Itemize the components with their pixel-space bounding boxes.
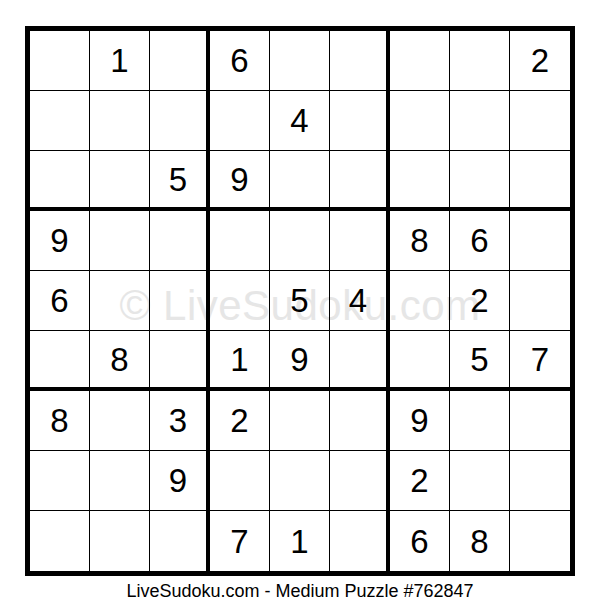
cell-r3c9: [510, 151, 570, 211]
cell-r5c8: 2: [450, 271, 510, 331]
cell-r3c4: 9: [210, 151, 270, 211]
cell-r6c5: 9: [270, 331, 330, 391]
cell-r8c7: 2: [390, 451, 450, 511]
cell-r7c1: 8: [30, 391, 90, 451]
cell-r7c7: 9: [390, 391, 450, 451]
cell-r5c5: 5: [270, 271, 330, 331]
cell-r4c5: [270, 211, 330, 271]
cell-r4c3: [150, 211, 210, 271]
cell-r7c8: [450, 391, 510, 451]
cell-r6c3: [150, 331, 210, 391]
cell-r5c6: 4: [330, 271, 390, 331]
cell-r7c4: 2: [210, 391, 270, 451]
cell-r9c2: [90, 511, 150, 571]
cell-r2c6: [330, 91, 390, 151]
cell-r7c6: [330, 391, 390, 451]
cell-r9c7: 6: [390, 511, 450, 571]
cell-r5c9: [510, 271, 570, 331]
cell-r4c2: [90, 211, 150, 271]
puzzle-caption: LiveSudoku.com - Medium Puzzle #762847: [0, 581, 600, 602]
cell-r1c4: 6: [210, 31, 270, 91]
cell-r2c7: [390, 91, 450, 151]
cell-r8c1: [30, 451, 90, 511]
cell-r8c6: [330, 451, 390, 511]
cell-r1c2: 1: [90, 31, 150, 91]
cell-r5c7: [390, 271, 450, 331]
cell-r1c7: [390, 31, 450, 91]
cell-r5c4: [210, 271, 270, 331]
cell-r6c2: 8: [90, 331, 150, 391]
cell-r7c9: [510, 391, 570, 451]
cell-r3c6: [330, 151, 390, 211]
cell-r7c2: [90, 391, 150, 451]
cell-r9c6: [330, 511, 390, 571]
cell-r8c5: [270, 451, 330, 511]
cell-r2c4: [210, 91, 270, 151]
cell-r4c8: 6: [450, 211, 510, 271]
cell-r4c9: [510, 211, 570, 271]
cell-r8c2: [90, 451, 150, 511]
cell-r6c1: [30, 331, 90, 391]
cell-r4c6: [330, 211, 390, 271]
cell-r3c3: 5: [150, 151, 210, 211]
cell-r4c4: [210, 211, 270, 271]
cell-r1c9: 2: [510, 31, 570, 91]
cell-r1c8: [450, 31, 510, 91]
cell-r9c8: 8: [450, 511, 510, 571]
cell-r3c2: [90, 151, 150, 211]
cell-r6c8: 5: [450, 331, 510, 391]
cell-r3c5: [270, 151, 330, 211]
cell-r2c5: 4: [270, 91, 330, 151]
cell-r7c3: 3: [150, 391, 210, 451]
cell-r3c7: [390, 151, 450, 211]
sudoku-board: © LiveSudoku.com 16245998665428195783299…: [25, 26, 575, 576]
cell-r8c9: [510, 451, 570, 511]
cell-r6c7: [390, 331, 450, 391]
cell-r6c9: 7: [510, 331, 570, 391]
cell-r5c2: [90, 271, 150, 331]
cell-r2c1: [30, 91, 90, 151]
cell-r5c3: [150, 271, 210, 331]
cell-r9c9: [510, 511, 570, 571]
sudoku-page: © LiveSudoku.com 16245998665428195783299…: [0, 26, 600, 615]
cell-r2c3: [150, 91, 210, 151]
cell-r1c1: [30, 31, 90, 91]
cell-r8c8: [450, 451, 510, 511]
cell-r1c5: [270, 31, 330, 91]
cell-r7c5: [270, 391, 330, 451]
cell-r1c6: [330, 31, 390, 91]
cell-r9c5: 1: [270, 511, 330, 571]
cell-r5c1: 6: [30, 271, 90, 331]
cell-r2c2: [90, 91, 150, 151]
cell-r1c3: [150, 31, 210, 91]
cell-r4c1: 9: [30, 211, 90, 271]
cell-r6c6: [330, 331, 390, 391]
cell-r4c7: 8: [390, 211, 450, 271]
cell-r9c3: [150, 511, 210, 571]
cell-r2c9: [510, 91, 570, 151]
sudoku-grid: 1624599866542819578329927168: [30, 31, 570, 571]
cell-r2c8: [450, 91, 510, 151]
cell-r8c3: 9: [150, 451, 210, 511]
cell-r3c8: [450, 151, 510, 211]
cell-r9c4: 7: [210, 511, 270, 571]
cell-r9c1: [30, 511, 90, 571]
cell-r3c1: [30, 151, 90, 211]
cell-r8c4: [210, 451, 270, 511]
cell-r6c4: 1: [210, 331, 270, 391]
